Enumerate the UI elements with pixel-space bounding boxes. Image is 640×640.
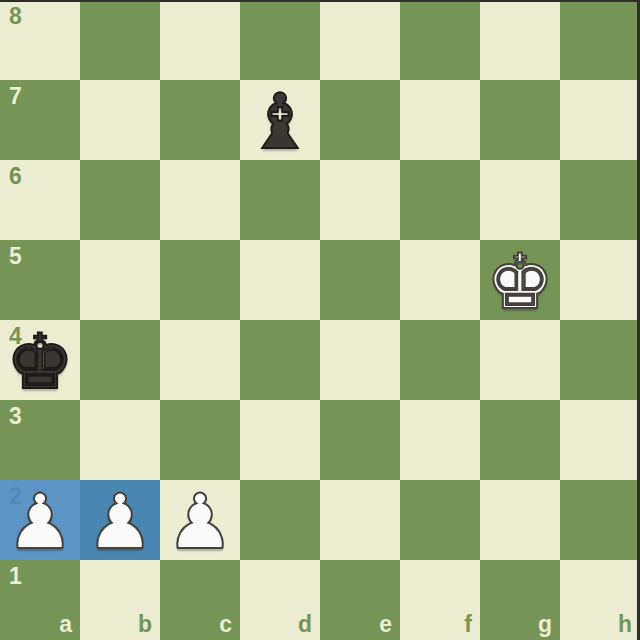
- square-h7[interactable]: [560, 80, 640, 160]
- white-pawn[interactable]: ♟: [160, 480, 240, 560]
- square-g3[interactable]: [480, 400, 560, 480]
- file-label-d: d: [298, 613, 312, 636]
- square-b8[interactable]: [80, 0, 160, 80]
- square-c3[interactable]: [160, 400, 240, 480]
- file-label-g: g: [538, 613, 552, 636]
- file-label-c: c: [219, 613, 232, 636]
- square-a1[interactable]: 1a: [0, 560, 80, 640]
- square-a5[interactable]: 5: [0, 240, 80, 320]
- chess-board: 87♝65♚4♚32♟♟♟1abcdefgh: [0, 0, 640, 640]
- square-h6[interactable]: [560, 160, 640, 240]
- rank-label-3: 3: [9, 405, 22, 428]
- square-b6[interactable]: [80, 160, 160, 240]
- square-d4[interactable]: [240, 320, 320, 400]
- square-d8[interactable]: [240, 0, 320, 80]
- square-c8[interactable]: [160, 0, 240, 80]
- square-f5[interactable]: [400, 240, 480, 320]
- file-label-h: h: [618, 613, 632, 636]
- square-h1[interactable]: h: [560, 560, 640, 640]
- square-d5[interactable]: [240, 240, 320, 320]
- square-b2[interactable]: ♟: [80, 480, 160, 560]
- black-bishop[interactable]: ♝: [240, 80, 320, 160]
- square-g5[interactable]: ♚: [480, 240, 560, 320]
- file-label-b: b: [138, 613, 152, 636]
- square-f3[interactable]: [400, 400, 480, 480]
- square-c5[interactable]: [160, 240, 240, 320]
- rank-label-6: 6: [9, 165, 22, 188]
- file-label-f: f: [464, 613, 472, 636]
- square-g1[interactable]: g: [480, 560, 560, 640]
- square-f8[interactable]: [400, 0, 480, 80]
- square-b4[interactable]: [80, 320, 160, 400]
- square-c1[interactable]: c: [160, 560, 240, 640]
- square-e1[interactable]: e: [320, 560, 400, 640]
- white-king[interactable]: ♚: [480, 240, 560, 320]
- square-e5[interactable]: [320, 240, 400, 320]
- square-h2[interactable]: [560, 480, 640, 560]
- black-king[interactable]: ♚: [0, 320, 80, 400]
- square-h3[interactable]: [560, 400, 640, 480]
- square-e8[interactable]: [320, 0, 400, 80]
- square-f1[interactable]: f: [400, 560, 480, 640]
- square-e7[interactable]: [320, 80, 400, 160]
- rank-label-1: 1: [9, 565, 22, 588]
- square-a2[interactable]: 2♟: [0, 480, 80, 560]
- board-frame-top-edge: [0, 0, 640, 2]
- rank-label-5: 5: [9, 245, 22, 268]
- square-b1[interactable]: b: [80, 560, 160, 640]
- square-a8[interactable]: 8: [0, 0, 80, 80]
- square-d7[interactable]: ♝: [240, 80, 320, 160]
- square-g6[interactable]: [480, 160, 560, 240]
- rank-label-8: 8: [9, 5, 22, 28]
- square-c4[interactable]: [160, 320, 240, 400]
- square-b7[interactable]: [80, 80, 160, 160]
- square-e4[interactable]: [320, 320, 400, 400]
- square-c2[interactable]: ♟: [160, 480, 240, 560]
- square-g4[interactable]: [480, 320, 560, 400]
- square-h8[interactable]: [560, 0, 640, 80]
- square-c6[interactable]: [160, 160, 240, 240]
- square-a6[interactable]: 6: [0, 160, 80, 240]
- square-a3[interactable]: 3: [0, 400, 80, 480]
- square-d3[interactable]: [240, 400, 320, 480]
- square-d2[interactable]: [240, 480, 320, 560]
- white-pawn[interactable]: ♟: [0, 480, 80, 560]
- square-f7[interactable]: [400, 80, 480, 160]
- square-g8[interactable]: [480, 0, 560, 80]
- square-f2[interactable]: [400, 480, 480, 560]
- square-e6[interactable]: [320, 160, 400, 240]
- square-h5[interactable]: [560, 240, 640, 320]
- white-pawn[interactable]: ♟: [80, 480, 160, 560]
- file-label-e: e: [379, 613, 392, 636]
- square-e3[interactable]: [320, 400, 400, 480]
- square-a7[interactable]: 7: [0, 80, 80, 160]
- square-e2[interactable]: [320, 480, 400, 560]
- file-label-a: a: [59, 613, 72, 636]
- square-b5[interactable]: [80, 240, 160, 320]
- square-d1[interactable]: d: [240, 560, 320, 640]
- square-h4[interactable]: [560, 320, 640, 400]
- square-f6[interactable]: [400, 160, 480, 240]
- square-b3[interactable]: [80, 400, 160, 480]
- square-c7[interactable]: [160, 80, 240, 160]
- square-a4[interactable]: 4♚: [0, 320, 80, 400]
- square-g7[interactable]: [480, 80, 560, 160]
- square-f4[interactable]: [400, 320, 480, 400]
- square-d6[interactable]: [240, 160, 320, 240]
- square-g2[interactable]: [480, 480, 560, 560]
- rank-label-7: 7: [9, 85, 22, 108]
